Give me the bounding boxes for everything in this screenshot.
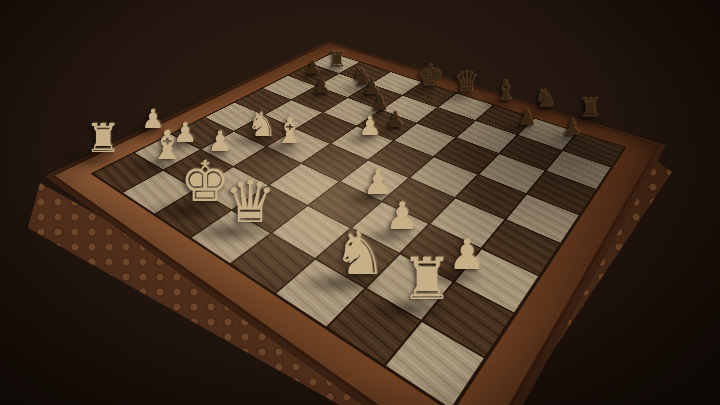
board-3d-wrapper xyxy=(112,0,624,378)
piece-black-rook-a8: ♜ xyxy=(574,95,606,121)
3d-chess-viewport[interactable]: ♜♟♝♟♚♟♛♞♝♟♟♟♞♜♟♟♜♞♟♟♟♟♚♛♝♞♜♟♟ xyxy=(0,0,720,405)
chess-board xyxy=(94,53,624,405)
board-tilt xyxy=(51,42,660,405)
chess-board-frame xyxy=(51,42,660,405)
